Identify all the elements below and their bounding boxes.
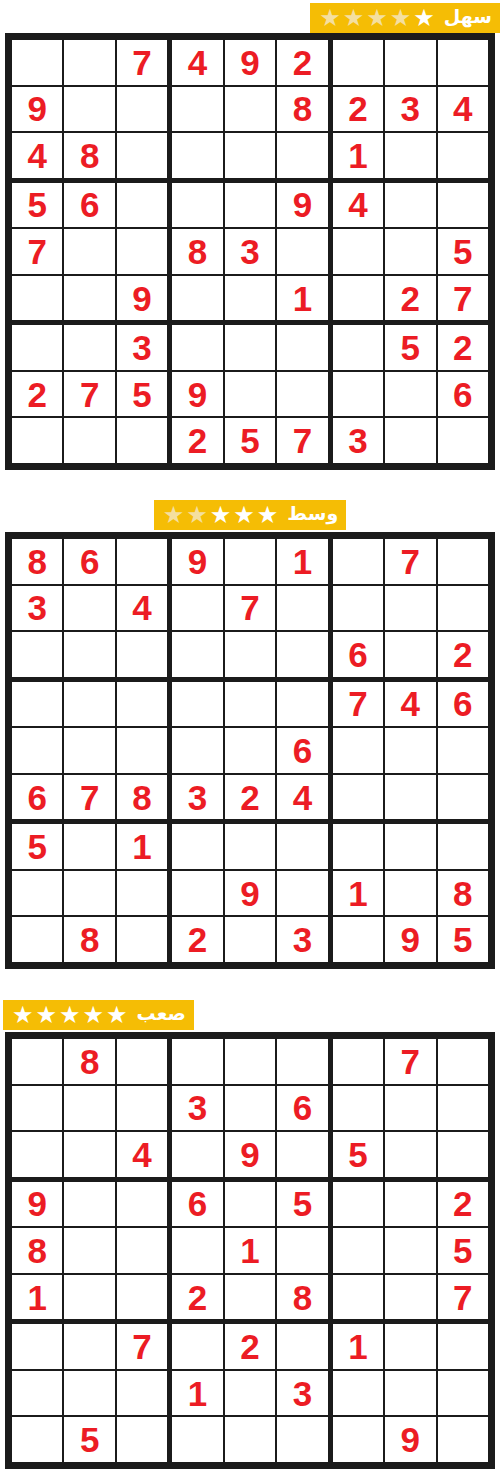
sudoku-cell-r1c6[interactable] [277,1039,327,1084]
sudoku-cell-r7c2[interactable] [64,325,114,370]
sudoku-cell-r5c8[interactable] [385,1228,435,1273]
sudoku-cell-r1c5[interactable] [225,1039,275,1084]
sudoku-cell-r3c5[interactable]: 9 [225,1132,275,1177]
star-icon: ★ [82,1003,106,1027]
star-icon: ★ [389,6,413,30]
sudoku-cell-r9c7[interactable]: 3 [333,418,383,463]
sudoku-cell-r6c4[interactable] [172,276,222,321]
sudoku-box: 9831 [172,183,327,321]
sudoku-cell-r1c9[interactable] [438,40,488,85]
star-icon: ★ [185,503,209,527]
sudoku-cell-r3c8[interactable] [385,632,435,677]
sudoku-board-hard: 8436975981651282577521319 [5,1032,495,1469]
star-icon: ★ [256,503,280,527]
sudoku-cell-r1c1[interactable] [12,40,62,85]
sudoku-cell-r3c2[interactable] [64,632,114,677]
sudoku-cell-r3c7[interactable]: 1 [333,133,383,178]
sudoku-cell-r2c5[interactable]: 7 [225,586,275,631]
sudoku-cell-r8c9[interactable] [438,1371,488,1416]
sudoku-cell-r3c3[interactable] [117,133,167,178]
sudoku-cell-r7c8[interactable] [385,1324,435,1369]
sudoku-cell-r7c1[interactable]: 5 [12,824,62,869]
sudoku-cell-r9c3[interactable] [117,418,167,463]
sudoku-cell-r2c1[interactable] [12,1086,62,1131]
sudoku-cell-r1c3[interactable] [117,1039,167,1084]
sudoku-cell-r8c6[interactable]: 3 [277,1371,327,1416]
sudoku-cell-r3c9[interactable] [438,1132,488,1177]
sudoku-box: 981 [12,1182,167,1320]
sudoku-cell-r1c1[interactable]: 8 [12,539,62,584]
sudoku-cell-r6c2[interactable] [64,276,114,321]
sudoku-cell-r9c1[interactable] [12,418,62,463]
sudoku-cell-r1c8[interactable] [385,40,435,85]
sudoku-cell-r6c3[interactable]: 9 [117,276,167,321]
star-icon: ★ [105,1003,129,1027]
sudoku-page: ★★★★★ سهل 794849282341567998314527327592… [0,3,500,1473]
sudoku-cell-r9c4[interactable]: 2 [172,418,222,463]
sudoku-cell-r5c9[interactable]: 5 [438,229,488,274]
sudoku-cell-r7c1[interactable] [12,1324,62,1369]
sudoku-cell-r8c7[interactable]: 1 [333,871,383,916]
sudoku-cell-r3c6[interactable] [277,133,327,178]
sudoku-cell-r7c9[interactable] [438,1324,488,1369]
sudoku-cell-r3c4[interactable] [172,632,222,677]
sudoku-cell-r8c2[interactable]: 7 [64,372,114,417]
sudoku-cell-r9c5[interactable] [225,917,275,962]
difficulty-banner-medium: ★★★★★ وسط [154,500,346,530]
sudoku-cell-r9c6[interactable]: 3 [277,917,327,962]
sudoku-box: 5679 [12,183,167,321]
sudoku-cell-r9c9[interactable] [438,418,488,463]
sudoku-cell-r4c6[interactable]: 9 [277,183,327,228]
sudoku-box: 257 [333,1182,488,1320]
sudoku-cell-r8c5[interactable] [225,372,275,417]
sudoku-cell-r9c3[interactable] [117,1417,167,1462]
sudoku-cell-r2c3[interactable]: 4 [117,586,167,631]
sudoku-cell-r3c5[interactable] [225,632,275,677]
sudoku-board-medium: 863491776267863247465189231895 [5,532,495,969]
sudoku-cell-r4c8[interactable]: 4 [385,682,435,727]
sudoku-box: 4527 [333,183,488,321]
sudoku-box: 2341 [333,40,488,178]
sudoku-cell-r6c6[interactable]: 4 [277,775,327,820]
sudoku-cell-r8c5[interactable]: 9 [225,871,275,916]
sudoku-cell-r4c2[interactable]: 6 [64,183,114,228]
sudoku-cell-r8c1[interactable] [12,871,62,916]
sudoku-box: 923 [172,824,327,962]
sudoku-cell-r2c6[interactable]: 8 [277,87,327,132]
sudoku-cell-r7c9[interactable]: 2 [438,325,488,370]
sudoku-cell-r7c5[interactable] [225,325,275,370]
sudoku-cell-r7c3[interactable]: 7 [117,1324,167,1369]
sudoku-cell-r1c5[interactable]: 9 [225,40,275,85]
sudoku-cell-r4c1[interactable] [12,682,62,727]
sudoku-cell-r8c1[interactable] [12,1371,62,1416]
sudoku-cell-r1c8[interactable]: 7 [385,539,435,584]
sudoku-cell-r7c2[interactable] [64,824,114,869]
sudoku-cell-r5c4[interactable] [172,1228,222,1273]
sudoku-cell-r5c7[interactable] [333,728,383,773]
sudoku-cell-r6c1[interactable] [12,276,62,321]
sudoku-box: 75 [12,1324,167,1462]
sudoku-cell-r1c4[interactable] [172,1039,222,1084]
sudoku-cell-r4c4[interactable] [172,183,222,228]
sudoku-cell-r2c8[interactable] [385,586,435,631]
sudoku-cell-r7c6[interactable] [277,1324,327,1369]
sudoku-cell-r5c3[interactable] [117,1228,167,1273]
star-icon: ★ [35,1003,59,1027]
difficulty-banner-easy: ★★★★★ سهل [310,3,500,33]
sudoku-cell-r5c4[interactable]: 8 [172,229,222,274]
sudoku-cell-r4c6[interactable] [277,682,327,727]
sudoku-cell-r2c4[interactable]: 3 [172,1086,222,1131]
sudoku-cell-r3c6[interactable] [277,632,327,677]
sudoku-box: 6324 [172,682,327,820]
sudoku-cell-r4c6[interactable]: 5 [277,1182,327,1227]
sudoku-box: 4928 [172,40,327,178]
sudoku-cell-r1c2[interactable]: 6 [64,539,114,584]
star-icon: ★ [342,6,366,30]
sudoku-cell-r5c5[interactable] [225,728,275,773]
sudoku-cell-r3c1[interactable]: 4 [12,133,62,178]
sudoku-cell-r8c3[interactable] [117,1371,167,1416]
sudoku-cell-r3c1[interactable] [12,1132,62,1177]
sudoku-cell-r4c9[interactable]: 6 [438,682,488,727]
sudoku-cell-r1c5[interactable] [225,539,275,584]
sudoku-cell-r8c1[interactable]: 2 [12,372,62,417]
sudoku-cell-r7c9[interactable] [438,824,488,869]
sudoku-cell-r2c5[interactable] [225,87,275,132]
sudoku-cell-r7c5[interactable]: 2 [225,1324,275,1369]
star-icon: ★ [162,503,186,527]
sudoku-cell-r5c3[interactable] [117,229,167,274]
sudoku-cell-r5c7[interactable] [333,229,383,274]
sudoku-cell-r3c3[interactable]: 4 [117,1132,167,1177]
sudoku-cell-r2c3[interactable] [117,87,167,132]
sudoku-cell-r2c1[interactable]: 3 [12,586,62,631]
sudoku-cell-r6c2[interactable] [64,1275,114,1320]
sudoku-cell-r2c7[interactable] [333,586,383,631]
banner-row-medium: ★★★★★ وسط [0,500,500,530]
star-rating-hard: ★★★★★ [11,1003,129,1027]
sudoku-box: 762 [333,539,488,677]
sudoku-cell-r6c3[interactable]: 8 [117,775,167,820]
sudoku-cell-r4c9[interactable]: 2 [438,1182,488,1227]
sudoku-cell-r6c3[interactable] [117,1275,167,1320]
star-icon: ★ [58,1003,82,1027]
sudoku-cell-r2c7[interactable]: 2 [333,87,383,132]
sudoku-cell-r1c1[interactable] [12,1039,62,1084]
sudoku-box: 8634 [12,539,167,677]
sudoku-cell-r1c6[interactable]: 2 [277,40,327,85]
sudoku-cell-r4c9[interactable] [438,183,488,228]
sudoku-cell-r6c1[interactable]: 6 [12,775,62,820]
sudoku-cell-r6c6[interactable]: 8 [277,1275,327,1320]
sudoku-cell-r9c1[interactable] [12,1417,62,1462]
sudoku-cell-r2c2[interactable] [64,586,114,631]
sudoku-box: 65128 [172,1182,327,1320]
sudoku-box: 213 [172,1324,327,1462]
sudoku-cell-r7c7[interactable] [333,325,383,370]
sudoku-cell-r8c8[interactable] [385,1371,435,1416]
puzzle-hard: ★★★★★ صعب 8436975981651282577521319 [0,1000,500,1469]
sudoku-cell-r1c9[interactable] [438,1039,488,1084]
sudoku-cell-r5c5[interactable]: 1 [225,1228,275,1273]
sudoku-cell-r1c7[interactable] [333,40,383,85]
sudoku-cell-r1c4[interactable]: 9 [172,539,222,584]
sudoku-box: 7948 [12,40,167,178]
sudoku-cell-r2c5[interactable] [225,1086,275,1131]
sudoku-cell-r2c4[interactable] [172,87,222,132]
sudoku-cell-r3c2[interactable] [64,1132,114,1177]
sudoku-cell-r8c9[interactable]: 8 [438,871,488,916]
sudoku-box: 9257 [172,325,327,463]
sudoku-cell-r6c7[interactable] [333,775,383,820]
sudoku-cell-r4c3[interactable] [117,1182,167,1227]
sudoku-cell-r5c6[interactable] [277,1228,327,1273]
sudoku-cell-r6c4[interactable]: 2 [172,1275,222,1320]
sudoku-cell-r6c8[interactable]: 2 [385,276,435,321]
sudoku-cell-r3c7[interactable]: 6 [333,632,383,677]
sudoku-cell-r5c5[interactable]: 3 [225,229,275,274]
sudoku-cell-r3c9[interactable]: 2 [438,632,488,677]
sudoku-cell-r7c3[interactable]: 1 [117,824,167,869]
sudoku-cell-r2c4[interactable] [172,586,222,631]
sudoku-box: 678 [12,682,167,820]
sudoku-cell-r5c6[interactable] [277,229,327,274]
sudoku-cell-r2c3[interactable] [117,1086,167,1131]
sudoku-cell-r6c9[interactable] [438,775,488,820]
sudoku-cell-r5c2[interactable] [64,229,114,274]
sudoku-cell-r8c6[interactable] [277,372,327,417]
sudoku-cell-r9c4[interactable]: 2 [172,917,222,962]
sudoku-cell-r8c4[interactable] [172,871,222,916]
sudoku-cell-r9c7[interactable] [333,917,383,962]
sudoku-cell-r9c7[interactable] [333,1417,383,1462]
sudoku-cell-r3c7[interactable]: 5 [333,1132,383,1177]
sudoku-cell-r5c7[interactable] [333,1228,383,1273]
sudoku-cell-r4c5[interactable] [225,682,275,727]
sudoku-cell-r5c8[interactable] [385,728,435,773]
sudoku-cell-r4c2[interactable] [64,1182,114,1227]
sudoku-cell-r6c8[interactable] [385,1275,435,1320]
sudoku-cell-r6c2[interactable]: 7 [64,775,114,820]
sudoku-cell-r7c2[interactable] [64,1324,114,1369]
sudoku-cell-r6c5[interactable] [225,1275,275,1320]
sudoku-cell-r4c1[interactable]: 5 [12,183,62,228]
sudoku-cell-r9c9[interactable]: 5 [438,917,488,962]
sudoku-cell-r9c8[interactable]: 9 [385,1417,435,1462]
sudoku-cell-r9c2[interactable] [64,418,114,463]
sudoku-cell-r6c5[interactable] [225,276,275,321]
sudoku-cell-r4c8[interactable] [385,1182,435,1227]
sudoku-cell-r2c2[interactable] [64,87,114,132]
sudoku-cell-r9c3[interactable] [117,917,167,962]
sudoku-box: 75 [333,1039,488,1177]
sudoku-cell-r4c8[interactable] [385,183,435,228]
sudoku-cell-r8c3[interactable] [117,871,167,916]
sudoku-cell-r5c2[interactable] [64,1228,114,1273]
sudoku-cell-r7c4[interactable] [172,824,222,869]
sudoku-cell-r9c6[interactable] [277,1417,327,1462]
sudoku-cell-r4c2[interactable] [64,682,114,727]
sudoku-box: 369 [172,1039,327,1177]
sudoku-cell-r1c6[interactable]: 1 [277,539,327,584]
sudoku-box: 5263 [333,325,488,463]
sudoku-cell-r2c7[interactable] [333,1086,383,1131]
sudoku-cell-r2c1[interactable]: 9 [12,87,62,132]
sudoku-cell-r2c8[interactable] [385,1086,435,1131]
sudoku-cell-r7c5[interactable] [225,824,275,869]
sudoku-cell-r3c2[interactable]: 8 [64,133,114,178]
sudoku-cell-r5c2[interactable] [64,728,114,773]
sudoku-cell-r4c7[interactable]: 7 [333,682,383,727]
sudoku-cell-r7c8[interactable]: 5 [385,325,435,370]
sudoku-cell-r2c6[interactable]: 6 [277,1086,327,1131]
banner-row-hard: ★★★★★ صعب [0,1000,500,1030]
sudoku-box: 1895 [333,824,488,962]
sudoku-cell-r5c9[interactable] [438,728,488,773]
star-icon: ★ [412,6,436,30]
sudoku-cell-r6c7[interactable] [333,276,383,321]
sudoku-cell-r8c7[interactable] [333,1371,383,1416]
sudoku-cell-r7c4[interactable] [172,325,222,370]
sudoku-cell-r9c6[interactable]: 7 [277,418,327,463]
sudoku-cell-r5c8[interactable] [385,229,435,274]
sudoku-cell-r1c7[interactable] [333,539,383,584]
sudoku-cell-r5c1[interactable]: 7 [12,229,62,274]
sudoku-cell-r2c2[interactable] [64,1086,114,1131]
sudoku-cell-r2c9[interactable]: 4 [438,87,488,132]
sudoku-cell-r8c8[interactable] [385,372,435,417]
sudoku-cell-r3c8[interactable] [385,1132,435,1177]
sudoku-cell-r7c8[interactable] [385,824,435,869]
sudoku-cell-r3c6[interactable] [277,1132,327,1177]
sudoku-cell-r4c7[interactable]: 4 [333,183,383,228]
sudoku-cell-r1c3[interactable]: 7 [117,40,167,85]
sudoku-cell-r3c4[interactable] [172,1132,222,1177]
sudoku-cell-r2c6[interactable] [277,586,327,631]
difficulty-label-hard: صعب [137,1004,186,1026]
sudoku-cell-r3c9[interactable] [438,133,488,178]
sudoku-cell-r1c2[interactable]: 8 [64,1039,114,1084]
star-icon: ★ [318,6,342,30]
sudoku-cell-r3c4[interactable] [172,133,222,178]
sudoku-cell-r8c3[interactable]: 5 [117,372,167,417]
sudoku-cell-r6c1[interactable]: 1 [12,1275,62,1320]
difficulty-label-medium: وسط [287,504,338,526]
sudoku-cell-r8c7[interactable] [333,372,383,417]
sudoku-cell-r1c3[interactable] [117,539,167,584]
sudoku-cell-r4c3[interactable] [117,183,167,228]
sudoku-cell-r2c9[interactable] [438,586,488,631]
sudoku-cell-r6c7[interactable] [333,1275,383,1320]
sudoku-cell-r9c5[interactable]: 5 [225,418,275,463]
sudoku-cell-r7c1[interactable] [12,325,62,370]
sudoku-cell-r7c4[interactable] [172,1324,222,1369]
puzzle-easy: ★★★★★ سهل 794849282341567998314527327592… [0,3,500,470]
sudoku-cell-r9c5[interactable] [225,1417,275,1462]
sudoku-cell-r4c4[interactable] [172,682,222,727]
sudoku-cell-r9c8[interactable] [385,418,435,463]
difficulty-label-easy: سهل [444,7,492,29]
sudoku-cell-r6c5[interactable]: 2 [225,775,275,820]
sudoku-cell-r2c9[interactable] [438,1086,488,1131]
sudoku-cell-r2c8[interactable]: 3 [385,87,435,132]
sudoku-cell-r4c5[interactable] [225,183,275,228]
sudoku-cell-r5c9[interactable]: 5 [438,1228,488,1273]
sudoku-cell-r5c4[interactable] [172,728,222,773]
star-icon: ★ [365,6,389,30]
sudoku-cell-r7c6[interactable] [277,824,327,869]
star-icon: ★ [209,503,233,527]
sudoku-cell-r8c4[interactable]: 9 [172,372,222,417]
sudoku-cell-r4c3[interactable] [117,682,167,727]
sudoku-cell-r8c4[interactable]: 1 [172,1371,222,1416]
sudoku-cell-r8c5[interactable] [225,1371,275,1416]
sudoku-cell-r7c6[interactable] [277,325,327,370]
sudoku-cell-r1c2[interactable] [64,40,114,85]
sudoku-cell-r1c7[interactable] [333,1039,383,1084]
sudoku-cell-r9c9[interactable] [438,1417,488,1462]
banner-row-easy: ★★★★★ سهل [0,3,500,33]
sudoku-cell-r7c3[interactable]: 3 [117,325,167,370]
sudoku-cell-r8c8[interactable] [385,871,435,916]
star-icon: ★ [232,503,256,527]
sudoku-cell-r5c6[interactable]: 6 [277,728,327,773]
sudoku-cell-r9c8[interactable]: 9 [385,917,435,962]
sudoku-cell-r4c1[interactable]: 9 [12,1182,62,1227]
sudoku-cell-r1c4[interactable]: 4 [172,40,222,85]
sudoku-cell-r8c2[interactable] [64,1371,114,1416]
sudoku-cell-r1c8[interactable]: 7 [385,1039,435,1084]
sudoku-cell-r8c6[interactable] [277,871,327,916]
sudoku-cell-r9c2[interactable]: 8 [64,917,114,962]
sudoku-cell-r5c1[interactable]: 8 [12,1228,62,1273]
star-rating-easy: ★★★★★ [318,6,436,30]
sudoku-cell-r3c8[interactable] [385,133,435,178]
sudoku-cell-r9c4[interactable] [172,1417,222,1462]
sudoku-cell-r7c7[interactable]: 1 [333,1324,383,1369]
sudoku-cell-r3c5[interactable] [225,133,275,178]
sudoku-cell-r9c1[interactable] [12,917,62,962]
star-icon: ★ [11,1003,35,1027]
sudoku-cell-r4c4[interactable]: 6 [172,1182,222,1227]
sudoku-cell-r4c7[interactable] [333,1182,383,1227]
sudoku-cell-r6c9[interactable]: 7 [438,276,488,321]
sudoku-cell-r5c3[interactable] [117,728,167,773]
sudoku-box: 19 [333,1324,488,1462]
star-rating-medium: ★★★★★ [162,503,280,527]
sudoku-cell-r7c7[interactable] [333,824,383,869]
sudoku-cell-r1c9[interactable] [438,539,488,584]
sudoku-box: 3275 [12,325,167,463]
sudoku-cell-r3c1[interactable] [12,632,62,677]
sudoku-cell-r6c6[interactable]: 1 [277,276,327,321]
sudoku-box: 518 [12,824,167,962]
sudoku-cell-r9c2[interactable]: 5 [64,1417,114,1462]
sudoku-cell-r8c2[interactable] [64,871,114,916]
sudoku-box: 746 [333,682,488,820]
sudoku-box: 84 [12,1039,167,1177]
sudoku-cell-r6c8[interactable] [385,775,435,820]
sudoku-cell-r6c4[interactable]: 3 [172,775,222,820]
sudoku-cell-r5c1[interactable] [12,728,62,773]
sudoku-cell-r8c9[interactable]: 6 [438,372,488,417]
sudoku-cell-r3c3[interactable] [117,632,167,677]
sudoku-cell-r4c5[interactable] [225,1182,275,1227]
sudoku-cell-r6c9[interactable]: 7 [438,1275,488,1320]
